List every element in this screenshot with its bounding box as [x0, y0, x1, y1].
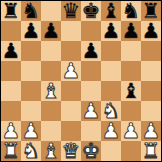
square-a6[interactable]: ♟ [1, 41, 21, 61]
square-f4[interactable] [101, 81, 121, 101]
square-h1[interactable]: ♜ [141, 141, 161, 161]
black-bishop-f8[interactable]: ♝ [102, 1, 121, 21]
square-e4[interactable] [81, 81, 101, 101]
square-g1[interactable] [121, 141, 141, 161]
square-d7[interactable] [61, 21, 81, 41]
white-pawn-g2[interactable]: ♟ [122, 121, 141, 141]
square-c2[interactable] [41, 121, 61, 141]
square-d6[interactable] [61, 41, 81, 61]
square-g6[interactable] [121, 41, 141, 61]
black-pawn-h7[interactable]: ♟ [142, 21, 161, 41]
square-h7[interactable]: ♟ [141, 21, 161, 41]
white-pawn-f2[interactable]: ♟ [102, 121, 121, 141]
square-h8[interactable]: ♜ [141, 1, 161, 21]
square-b2[interactable]: ♟ [21, 121, 41, 141]
white-pawn-a2[interactable]: ♟ [2, 121, 21, 141]
white-pawn-e3[interactable]: ♟ [82, 101, 101, 121]
square-g3[interactable] [121, 101, 141, 121]
square-b6[interactable] [21, 41, 41, 61]
square-c8[interactable] [41, 1, 61, 21]
black-pawn-b7[interactable]: ♟ [22, 21, 41, 41]
square-b8[interactable]: ♞ [21, 1, 41, 21]
square-b3[interactable] [21, 101, 41, 121]
black-bishop-g4[interactable]: ♝ [122, 81, 141, 101]
black-pawn-c7[interactable]: ♟ [42, 21, 61, 41]
black-king-e8[interactable]: ♚ [82, 1, 101, 21]
square-d4[interactable] [61, 81, 81, 101]
white-rook-a1[interactable]: ♜ [2, 141, 21, 161]
white-king-e1[interactable]: ♚ [82, 141, 101, 161]
square-g4[interactable]: ♝ [121, 81, 141, 101]
black-pawn-a6[interactable]: ♟ [2, 41, 21, 61]
square-c5[interactable] [41, 61, 61, 81]
square-b4[interactable] [21, 81, 41, 101]
square-d3[interactable] [61, 101, 81, 121]
square-e7[interactable] [81, 21, 101, 41]
square-c7[interactable]: ♟ [41, 21, 61, 41]
square-g7[interactable]: ♟ [121, 21, 141, 41]
square-f2[interactable]: ♟ [101, 121, 121, 141]
square-c6[interactable] [41, 41, 61, 61]
square-b5[interactable] [21, 61, 41, 81]
white-rook-h1[interactable]: ♜ [142, 141, 161, 161]
square-c1[interactable]: ♝ [41, 141, 61, 161]
square-f5[interactable] [101, 61, 121, 81]
square-a5[interactable] [1, 61, 21, 81]
white-bishop-c1[interactable]: ♝ [42, 141, 61, 161]
square-a3[interactable] [1, 101, 21, 121]
square-h5[interactable] [141, 61, 161, 81]
square-b1[interactable]: ♞ [21, 141, 41, 161]
square-g2[interactable]: ♟ [121, 121, 141, 141]
black-queen-d8[interactable]: ♛ [62, 1, 81, 21]
square-f3[interactable]: ♞ [101, 101, 121, 121]
square-f8[interactable]: ♝ [101, 1, 121, 21]
square-d1[interactable]: ♛ [61, 141, 81, 161]
square-d8[interactable]: ♛ [61, 1, 81, 21]
white-pawn-h2[interactable]: ♟ [142, 121, 161, 141]
square-c4[interactable]: ♝ [41, 81, 61, 101]
black-pawn-f7[interactable]: ♟ [102, 21, 121, 41]
black-knight-g8[interactable]: ♞ [122, 1, 141, 21]
square-f1[interactable] [101, 141, 121, 161]
square-a2[interactable]: ♟ [1, 121, 21, 141]
square-a4[interactable] [1, 81, 21, 101]
black-rook-h8[interactable]: ♜ [142, 1, 161, 21]
black-pawn-e6[interactable]: ♟ [82, 41, 101, 61]
square-f6[interactable] [101, 41, 121, 61]
square-e1[interactable]: ♚ [81, 141, 101, 161]
white-knight-f3[interactable]: ♞ [102, 101, 121, 121]
square-c3[interactable] [41, 101, 61, 121]
white-pawn-d5[interactable]: ♟ [62, 61, 81, 81]
square-e2[interactable] [81, 121, 101, 141]
square-h4[interactable] [141, 81, 161, 101]
square-h3[interactable] [141, 101, 161, 121]
black-pawn-g7[interactable]: ♟ [122, 21, 141, 41]
white-queen-d1[interactable]: ♛ [62, 141, 81, 161]
white-knight-b1[interactable]: ♞ [22, 141, 41, 161]
black-rook-a8[interactable]: ♜ [2, 1, 21, 21]
white-bishop-c4[interactable]: ♝ [42, 81, 61, 101]
square-d2[interactable] [61, 121, 81, 141]
white-pawn-b2[interactable]: ♟ [22, 121, 41, 141]
chess-board-frame: ♜♞♛♚♝♞♜♟♟♟♟♟♟♟♟♝♝♟♞♟♟♟♟♟♜♞♝♛♚♜ [0, 0, 162, 162]
black-knight-b8[interactable]: ♞ [22, 1, 41, 21]
square-h2[interactable]: ♟ [141, 121, 161, 141]
square-b7[interactable]: ♟ [21, 21, 41, 41]
square-g8[interactable]: ♞ [121, 1, 141, 21]
square-e3[interactable]: ♟ [81, 101, 101, 121]
square-g5[interactable] [121, 61, 141, 81]
square-e6[interactable]: ♟ [81, 41, 101, 61]
chess-board: ♜♞♛♚♝♞♜♟♟♟♟♟♟♟♟♝♝♟♞♟♟♟♟♟♜♞♝♛♚♜ [1, 1, 161, 161]
square-d5[interactable]: ♟ [61, 61, 81, 81]
square-a1[interactable]: ♜ [1, 141, 21, 161]
square-a8[interactable]: ♜ [1, 1, 21, 21]
square-f7[interactable]: ♟ [101, 21, 121, 41]
square-e8[interactable]: ♚ [81, 1, 101, 21]
square-a7[interactable] [1, 21, 21, 41]
square-h6[interactable] [141, 41, 161, 61]
square-e5[interactable] [81, 61, 101, 81]
